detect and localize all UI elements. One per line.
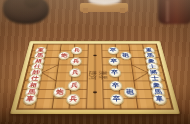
piece-character: 車 xyxy=(25,94,35,105)
piece-black-soldier[interactable]: 卒 xyxy=(110,94,124,105)
piece-black-cannon[interactable]: 砲 xyxy=(123,87,137,97)
board-surface: 楚河 漢界 車馬相仕帥仕相馬車炮炮兵兵兵兵兵車馬象士將士象馬車砲砲卒卒卒卒卒 xyxy=(16,44,174,110)
piece-black-soldier[interactable]: 卒 xyxy=(108,68,121,77)
stand-leg xyxy=(83,8,88,13)
piece-character: 炮 xyxy=(55,87,64,97)
piece-black-soldier[interactable]: 卒 xyxy=(107,47,119,55)
piece-character: 卒 xyxy=(112,94,120,105)
piece-red-soldier[interactable]: 兵 xyxy=(69,68,82,77)
stand-leg xyxy=(120,8,125,13)
piece-character: 卒 xyxy=(110,57,117,65)
board-points-grid: 車馬相仕帥仕相馬車炮炮兵兵兵兵兵車馬象士將士象馬車砲砲卒卒卒卒卒 xyxy=(30,51,160,100)
xiangqi-board: 楚河 漢界 車馬相仕帥仕相馬車炮炮兵兵兵兵兵車馬象士將士象馬車砲砲卒卒卒卒卒 xyxy=(10,41,180,114)
piece-character: 兵 xyxy=(69,94,77,105)
piece-character: 兵 xyxy=(71,68,79,77)
piece-character: 砲 xyxy=(122,52,129,60)
piece-black-soldier[interactable]: 卒 xyxy=(108,57,120,65)
photo-scene: 楚河 漢界 車馬相仕帥仕相馬車炮炮兵兵兵兵兵車馬象士將士象馬車砲砲卒卒卒卒卒 xyxy=(0,0,190,124)
piece-red-soldier[interactable]: 兵 xyxy=(68,80,81,90)
piece-character: 卒 xyxy=(111,68,119,77)
glass-highlight xyxy=(166,0,169,22)
piece-character: 炮 xyxy=(60,52,67,60)
tea-glass xyxy=(158,0,190,24)
piece-black-cannon[interactable]: 砲 xyxy=(120,52,132,60)
piece-black-soldier[interactable]: 卒 xyxy=(109,80,122,90)
piece-character: 兵 xyxy=(73,47,80,55)
piece-character: 兵 xyxy=(72,57,79,65)
piece-character: 兵 xyxy=(70,80,78,90)
piece-red-soldier[interactable]: 兵 xyxy=(71,47,83,55)
piece-character: 砲 xyxy=(126,87,135,97)
piece-character: 卒 xyxy=(112,80,120,90)
piece-red-cannon[interactable]: 炮 xyxy=(58,52,70,60)
piece-red-soldier[interactable]: 兵 xyxy=(70,57,82,65)
piece-character: 車 xyxy=(155,94,165,105)
piece-character: 卒 xyxy=(110,47,117,55)
piece-red-cannon[interactable]: 炮 xyxy=(53,87,67,97)
